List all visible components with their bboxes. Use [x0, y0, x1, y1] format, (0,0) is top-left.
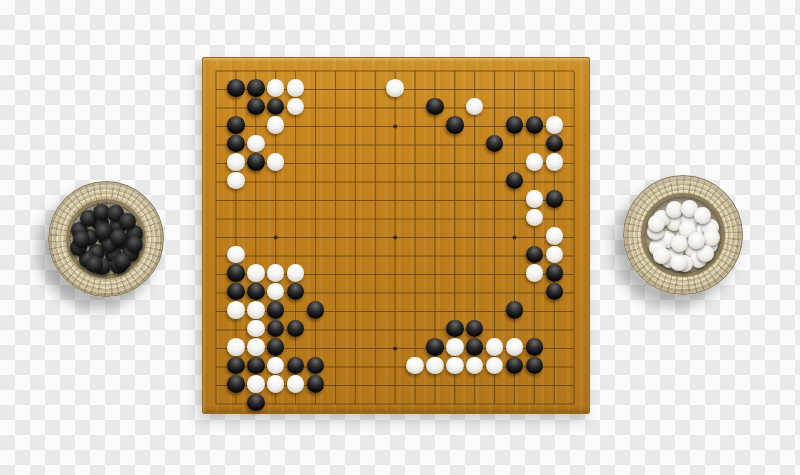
- white-stone[interactable]: [247, 301, 265, 319]
- bowl-white-stone[interactable]: [694, 207, 711, 224]
- white-stone[interactable]: [546, 246, 564, 264]
- bowl-black-stone[interactable]: [95, 223, 112, 240]
- black-stone[interactable]: [546, 135, 564, 153]
- black-stone[interactable]: [526, 116, 544, 134]
- white-stone[interactable]: [526, 153, 544, 171]
- black-stone[interactable]: [267, 338, 285, 356]
- bowl-white-stone[interactable]: [671, 235, 688, 252]
- white-stone[interactable]: [227, 301, 245, 319]
- black-stone[interactable]: [247, 79, 265, 97]
- black-stone-bowl[interactable]: [48, 181, 164, 297]
- white-bowl-cavity: [641, 193, 725, 277]
- white-stone[interactable]: [526, 264, 544, 282]
- black-stone[interactable]: [446, 320, 464, 338]
- white-stone[interactable]: [227, 172, 245, 190]
- bowl-black-stone[interactable]: [73, 231, 90, 248]
- white-stone[interactable]: [506, 338, 524, 356]
- white-stone[interactable]: [446, 357, 464, 375]
- white-stone[interactable]: [267, 153, 285, 171]
- go-board[interactable]: [202, 57, 590, 414]
- white-stone[interactable]: [287, 264, 305, 282]
- white-stone[interactable]: [546, 227, 564, 245]
- star-point: [393, 236, 397, 240]
- white-stone[interactable]: [227, 338, 245, 356]
- black-stone[interactable]: [227, 357, 245, 375]
- white-stone[interactable]: [446, 338, 464, 356]
- black-stone[interactable]: [526, 338, 544, 356]
- white-stone-bowl[interactable]: [623, 175, 743, 295]
- bowl-white-stone[interactable]: [670, 254, 687, 271]
- black-stone[interactable]: [227, 135, 245, 153]
- black-stone[interactable]: [267, 301, 285, 319]
- black-stone[interactable]: [227, 375, 245, 393]
- bowl-white-stone[interactable]: [666, 201, 683, 218]
- white-stone[interactable]: [287, 79, 305, 97]
- black-stone[interactable]: [247, 283, 265, 301]
- black-stone[interactable]: [466, 338, 484, 356]
- white-stone[interactable]: [287, 375, 305, 393]
- black-stone[interactable]: [247, 394, 265, 412]
- transparent-checkered-background: [0, 0, 800, 475]
- bowl-black-stone[interactable]: [86, 256, 103, 273]
- white-stone[interactable]: [546, 116, 564, 134]
- white-stone[interactable]: [247, 375, 265, 393]
- black-stone[interactable]: [506, 301, 524, 319]
- black-stone[interactable]: [247, 98, 265, 116]
- black-stone[interactable]: [426, 98, 444, 116]
- star-point: [393, 125, 397, 129]
- white-stone[interactable]: [267, 116, 285, 134]
- bowl-white-stone[interactable]: [703, 229, 720, 246]
- black-stone[interactable]: [546, 190, 564, 208]
- white-stone[interactable]: [426, 357, 444, 375]
- white-stone[interactable]: [247, 320, 265, 338]
- bowl-black-stone[interactable]: [114, 253, 131, 270]
- black-stone[interactable]: [227, 79, 245, 97]
- star-point: [393, 347, 397, 351]
- black-stone[interactable]: [426, 338, 444, 356]
- bowl-white-stone[interactable]: [688, 232, 705, 249]
- white-stone[interactable]: [267, 264, 285, 282]
- white-stone[interactable]: [227, 246, 245, 264]
- black-stone[interactable]: [446, 116, 464, 134]
- star-point: [513, 236, 517, 240]
- black-stone[interactable]: [227, 116, 245, 134]
- black-stone[interactable]: [247, 153, 265, 171]
- black-stone[interactable]: [247, 357, 265, 375]
- white-stone[interactable]: [247, 264, 265, 282]
- white-stone[interactable]: [227, 153, 245, 171]
- black-stone[interactable]: [227, 283, 245, 301]
- black-stone[interactable]: [546, 264, 564, 282]
- white-stone[interactable]: [247, 338, 265, 356]
- white-stone[interactable]: [247, 135, 265, 153]
- white-stone[interactable]: [267, 375, 285, 393]
- black-stone[interactable]: [227, 264, 245, 282]
- black-stone[interactable]: [546, 283, 564, 301]
- white-stone[interactable]: [526, 190, 544, 208]
- bowl-black-stone[interactable]: [119, 213, 136, 230]
- black-stone[interactable]: [307, 375, 325, 393]
- white-stone[interactable]: [406, 357, 424, 375]
- white-stone[interactable]: [546, 153, 564, 171]
- bowl-black-stone[interactable]: [110, 229, 127, 246]
- black-stone[interactable]: [506, 116, 524, 134]
- black-bowl-cavity: [66, 199, 146, 279]
- black-stone[interactable]: [307, 301, 325, 319]
- white-stone[interactable]: [267, 79, 285, 97]
- white-stone[interactable]: [486, 338, 504, 356]
- white-stone[interactable]: [386, 79, 404, 97]
- star-point: [274, 236, 278, 240]
- bowl-white-stone[interactable]: [653, 247, 670, 264]
- bowl-white-stone[interactable]: [648, 215, 665, 232]
- bowl-black-stone[interactable]: [126, 236, 143, 253]
